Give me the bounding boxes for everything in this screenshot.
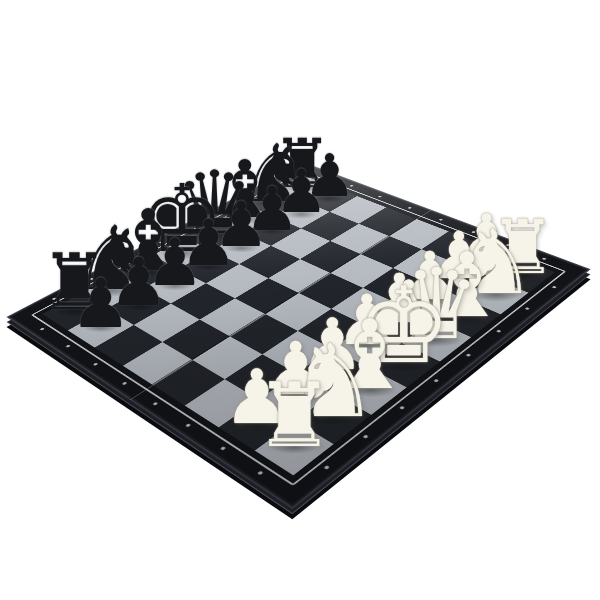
pieces-layer: ♜♞♝♛♚♝♞♜♟♟♟♟♟♟♟♟♟♟♟♟♟♟♟♟♜♞♝♛♚♝♞♜: [0, 0, 600, 600]
piece-white-rook-h1: ♜: [254, 371, 334, 460]
product-photo-stage: ♜♞♝♛♚♝♞♜♟♟♟♟♟♟♟♟♟♟♟♟♟♟♟♟♜♞♝♛♚♝♞♜: [0, 0, 600, 600]
piece-black-pawn-h7: ♟: [70, 269, 131, 337]
